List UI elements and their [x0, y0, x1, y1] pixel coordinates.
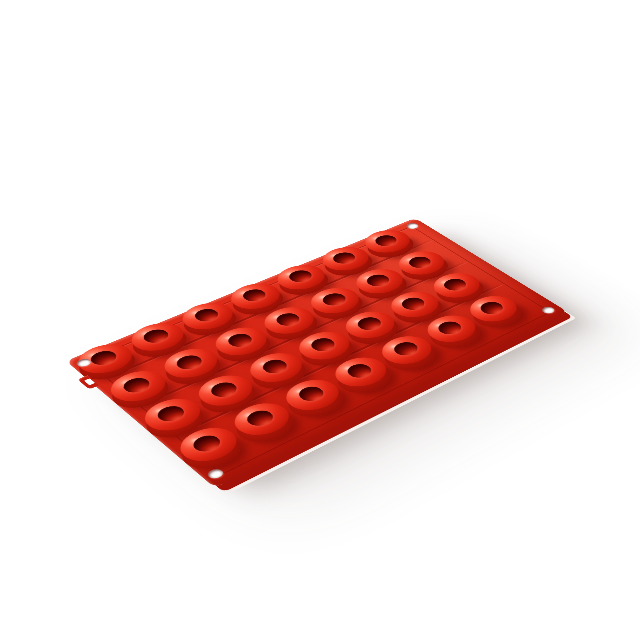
silicone-mold: [66, 218, 568, 488]
cavity-grid: [66, 218, 568, 488]
photo-background: [0, 0, 640, 640]
